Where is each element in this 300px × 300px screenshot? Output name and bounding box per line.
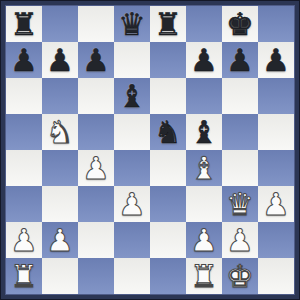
square-d5[interactable] (114, 114, 150, 150)
square-b2[interactable]: ♟ (42, 222, 78, 258)
square-h1[interactable] (258, 258, 294, 294)
square-a4[interactable] (6, 150, 42, 186)
square-g6[interactable] (222, 78, 258, 114)
square-e3[interactable] (150, 186, 186, 222)
square-g7[interactable]: ♟ (222, 42, 258, 78)
square-e8[interactable]: ♜ (150, 6, 186, 42)
square-b3[interactable] (42, 186, 78, 222)
square-a1[interactable]: ♜ (6, 258, 42, 294)
square-d2[interactable] (114, 222, 150, 258)
square-b8[interactable] (42, 6, 78, 42)
square-h7[interactable]: ♟ (258, 42, 294, 78)
white-pawn-piece[interactable]: ♟ (262, 186, 290, 222)
square-h4[interactable] (258, 150, 294, 186)
square-a7[interactable]: ♟ (6, 42, 42, 78)
square-e4[interactable] (150, 150, 186, 186)
square-e1[interactable] (150, 258, 186, 294)
black-pawn-piece[interactable]: ♟ (190, 42, 218, 78)
square-c5[interactable] (78, 114, 114, 150)
square-h6[interactable] (258, 78, 294, 114)
black-rook-piece[interactable]: ♜ (154, 6, 182, 42)
square-h5[interactable] (258, 114, 294, 150)
white-queen-piece[interactable]: ♛ (226, 186, 254, 222)
square-a5[interactable] (6, 114, 42, 150)
white-king-piece[interactable]: ♚ (226, 258, 254, 294)
black-pawn-piece[interactable]: ♟ (226, 42, 254, 78)
square-a8[interactable]: ♜ (6, 6, 42, 42)
white-pawn-piece[interactable]: ♟ (10, 222, 38, 258)
square-c3[interactable] (78, 186, 114, 222)
square-g3[interactable]: ♛ (222, 186, 258, 222)
square-d1[interactable] (114, 258, 150, 294)
square-f8[interactable] (186, 6, 222, 42)
square-g1[interactable]: ♚ (222, 258, 258, 294)
square-g5[interactable] (222, 114, 258, 150)
square-e7[interactable] (150, 42, 186, 78)
black-pawn-piece[interactable]: ♟ (262, 42, 290, 78)
chess-board-frame: ♜♛♜♚♟♟♟♟♟♟♝♞♞♝♟♝♟♛♟♟♟♟♟♜♜♚ (0, 0, 300, 300)
square-d4[interactable] (114, 150, 150, 186)
chess-board: ♜♛♜♚♟♟♟♟♟♟♝♞♞♝♟♝♟♛♟♟♟♟♟♜♜♚ (6, 6, 294, 294)
square-a6[interactable] (6, 78, 42, 114)
square-d8[interactable]: ♛ (114, 6, 150, 42)
square-d7[interactable] (114, 42, 150, 78)
white-pawn-piece[interactable]: ♟ (190, 222, 218, 258)
square-f7[interactable]: ♟ (186, 42, 222, 78)
black-bishop-piece[interactable]: ♝ (190, 114, 218, 150)
black-pawn-piece[interactable]: ♟ (82, 42, 110, 78)
square-d3[interactable]: ♟ (114, 186, 150, 222)
black-queen-piece[interactable]: ♛ (118, 6, 146, 42)
square-h3[interactable]: ♟ (258, 186, 294, 222)
square-b4[interactable] (42, 150, 78, 186)
square-f2[interactable]: ♟ (186, 222, 222, 258)
square-h8[interactable] (258, 6, 294, 42)
square-g2[interactable]: ♟ (222, 222, 258, 258)
square-c4[interactable]: ♟ (78, 150, 114, 186)
white-bishop-piece[interactable]: ♝ (190, 150, 218, 186)
white-pawn-piece[interactable]: ♟ (226, 222, 254, 258)
square-a3[interactable] (6, 186, 42, 222)
square-b1[interactable] (42, 258, 78, 294)
square-f3[interactable] (186, 186, 222, 222)
white-pawn-piece[interactable]: ♟ (46, 222, 74, 258)
square-c1[interactable] (78, 258, 114, 294)
square-e6[interactable] (150, 78, 186, 114)
square-h2[interactable] (258, 222, 294, 258)
black-knight-piece[interactable]: ♞ (154, 114, 182, 150)
square-g8[interactable]: ♚ (222, 6, 258, 42)
black-rook-piece[interactable]: ♜ (10, 6, 38, 42)
white-rook-piece[interactable]: ♜ (190, 258, 218, 294)
square-c6[interactable] (78, 78, 114, 114)
square-f1[interactable]: ♜ (186, 258, 222, 294)
square-b6[interactable] (42, 78, 78, 114)
square-f4[interactable]: ♝ (186, 150, 222, 186)
square-b7[interactable]: ♟ (42, 42, 78, 78)
square-f5[interactable]: ♝ (186, 114, 222, 150)
white-pawn-piece[interactable]: ♟ (82, 150, 110, 186)
square-e5[interactable]: ♞ (150, 114, 186, 150)
square-e2[interactable] (150, 222, 186, 258)
black-king-piece[interactable]: ♚ (226, 6, 254, 42)
square-d6[interactable]: ♝ (114, 78, 150, 114)
square-g4[interactable] (222, 150, 258, 186)
square-c7[interactable]: ♟ (78, 42, 114, 78)
white-rook-piece[interactable]: ♜ (10, 258, 38, 294)
square-c2[interactable] (78, 222, 114, 258)
square-b5[interactable]: ♞ (42, 114, 78, 150)
black-pawn-piece[interactable]: ♟ (10, 42, 38, 78)
black-pawn-piece[interactable]: ♟ (46, 42, 74, 78)
white-pawn-piece[interactable]: ♟ (118, 186, 146, 222)
square-c8[interactable] (78, 6, 114, 42)
black-bishop-piece[interactable]: ♝ (118, 78, 146, 114)
square-f6[interactable] (186, 78, 222, 114)
square-a2[interactable]: ♟ (6, 222, 42, 258)
white-knight-piece[interactable]: ♞ (46, 114, 74, 150)
